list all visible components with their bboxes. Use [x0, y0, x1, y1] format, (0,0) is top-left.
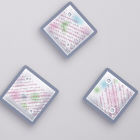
- glitter-speck: [37, 89, 38, 90]
- glitter-speck: [68, 26, 70, 28]
- glitter-speck: [116, 81, 118, 83]
- glitter-speck: [91, 97, 93, 99]
- glass-streak: [12, 96, 19, 103]
- glass-streak: [92, 85, 102, 95]
- glitter-speck: [20, 87, 22, 89]
- glitter-speck: [24, 109, 26, 111]
- glitter-speck: [50, 91, 51, 92]
- glitter-speck: [118, 84, 120, 86]
- glitter-speck: [39, 96, 41, 98]
- glitter-speck: [83, 33, 85, 35]
- glitter-speck: [118, 95, 119, 96]
- glitter-speck: [74, 39, 76, 41]
- glitter-speck: [122, 95, 124, 97]
- glitter-speck: [36, 87, 37, 88]
- glass-streak: [27, 91, 42, 104]
- glitter-speck: [73, 21, 74, 22]
- glitter-speck: [36, 108, 38, 110]
- glitter-speck: [24, 101, 25, 102]
- glitter-speck: [17, 85, 18, 86]
- glitter-speck: [107, 104, 109, 106]
- photo-canvas: [0, 0, 140, 140]
- glitter-speck: [7, 94, 8, 95]
- string-hole: [64, 41, 72, 49]
- glitter-speck: [28, 86, 31, 89]
- glitter-speck: [30, 81, 32, 83]
- string-hole: [27, 108, 35, 116]
- glitter-speck: [121, 87, 123, 89]
- glitter-speck: [37, 103, 39, 105]
- glitter-speck: [16, 103, 17, 104]
- glitter-speck: [36, 91, 38, 93]
- glitter-speck: [60, 24, 62, 26]
- glitter-speck: [108, 93, 110, 95]
- glass-streak: [40, 89, 52, 101]
- glass-tile-left: [0, 64, 59, 126]
- glitter-speck: [102, 106, 105, 109]
- glitter-speck: [96, 87, 98, 89]
- glitter-speck: [116, 92, 117, 93]
- glitter-speck: [34, 81, 35, 82]
- glitter-speck: [83, 29, 85, 31]
- glitter-speck: [110, 90, 112, 92]
- glass-surface: [81, 66, 139, 124]
- glitter-speck: [77, 32, 79, 34]
- glitter-speck: [25, 94, 26, 95]
- glitter-speck: [98, 92, 101, 95]
- glitter-speck: [65, 33, 66, 34]
- glitter-speck: [42, 89, 44, 91]
- glitter-speck: [70, 9, 71, 10]
- glitter-speck: [40, 100, 42, 102]
- glass-tile-right: [81, 66, 139, 124]
- glitter-speck: [79, 25, 81, 27]
- glitter-speck: [75, 14, 76, 15]
- glitter-speck: [65, 23, 67, 25]
- glass-streak: [79, 24, 92, 37]
- glitter-speck: [104, 103, 105, 104]
- glass-streak: [103, 87, 121, 98]
- glitter-speck: [102, 104, 104, 106]
- glitter-speck: [43, 85, 45, 87]
- glitter-speck: [78, 19, 79, 20]
- glitter-speck: [103, 108, 105, 110]
- glitter-speck: [70, 38, 72, 40]
- glitter-speck: [114, 105, 116, 107]
- glitter-speck: [52, 22, 54, 24]
- glass-surface: [39, 0, 98, 59]
- glitter-speck: [62, 14, 64, 16]
- string-hole: [23, 75, 31, 83]
- glitter-speck: [116, 103, 117, 104]
- glitter-speck: [118, 91, 120, 93]
- glass-streak: [7, 87, 23, 103]
- glitter-speck: [62, 27, 65, 30]
- glitter-speck: [116, 110, 118, 112]
- glitter-speck: [30, 91, 32, 93]
- glitter-speck: [62, 17, 63, 18]
- glitter-speck: [59, 38, 61, 40]
- glitter-speck: [99, 86, 100, 87]
- glitter-speck: [12, 92, 14, 94]
- glitter-speck: [124, 95, 126, 97]
- glitter-speck: [17, 86, 19, 88]
- glitter-speck: [17, 82, 19, 84]
- glitter-speck: [25, 89, 26, 90]
- glitter-speck: [20, 93, 21, 94]
- glitter-speck: [114, 98, 115, 99]
- glass-surface: [0, 64, 59, 126]
- glitter-speck: [33, 104, 35, 106]
- glass-streak: [124, 89, 133, 98]
- glitter-speck: [37, 91, 39, 93]
- glass-tile-top: [39, 0, 98, 59]
- glitter-speck: [27, 87, 29, 89]
- glitter-speck: [66, 38, 67, 39]
- glitter-speck: [62, 30, 63, 31]
- glass-streak: [112, 78, 119, 84]
- glitter-speck: [105, 109, 108, 112]
- glitter-speck: [116, 83, 117, 84]
- glitter-speck: [30, 97, 32, 99]
- glass-streak: [59, 25, 68, 35]
- glitter-speck: [104, 90, 105, 91]
- glitter-speck: [105, 91, 106, 92]
- glitter-speck: [83, 27, 84, 28]
- glitter-speck: [76, 20, 78, 22]
- glitter-speck: [121, 84, 122, 85]
- string-hole: [108, 106, 116, 114]
- glass-streak: [116, 86, 123, 93]
- string-hole: [66, 10, 74, 18]
- glitter-speck: [50, 26, 51, 27]
- glitter-speck: [20, 102, 22, 104]
- string-hole: [104, 77, 112, 85]
- glitter-speck: [33, 83, 34, 84]
- glitter-speck: [56, 37, 59, 40]
- glitter-speck: [48, 27, 50, 29]
- glitter-speck: [82, 31, 84, 33]
- glass-streak: [78, 18, 86, 26]
- glass-streak: [57, 18, 73, 31]
- glitter-speck: [104, 100, 106, 102]
- glass-streak: [71, 27, 80, 37]
- glitter-speck: [111, 114, 114, 117]
- glass-streak: [105, 96, 120, 105]
- glitter-speck: [79, 39, 81, 41]
- glass-streak: [19, 92, 29, 102]
- glitter-speck: [100, 106, 103, 109]
- glitter-speck: [72, 43, 74, 45]
- glass-streak: [46, 20, 61, 31]
